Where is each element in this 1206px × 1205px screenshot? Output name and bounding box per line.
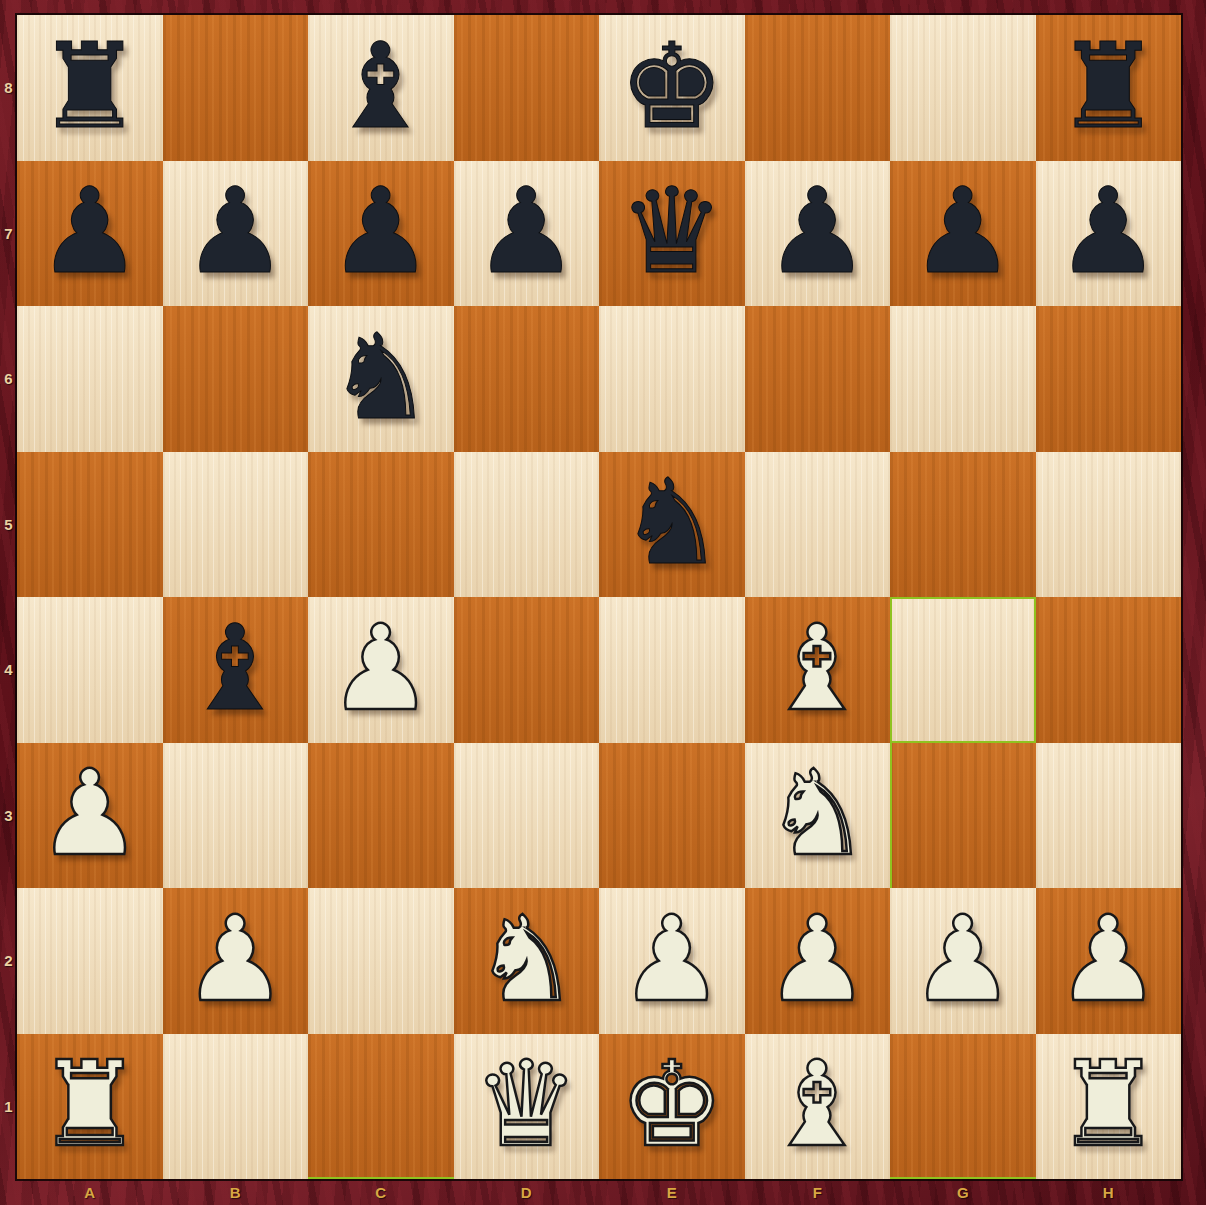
rank-label-8: 8: [0, 15, 17, 161]
piece-black-pawn-d7[interactable]: ♟: [473, 172, 579, 290]
piece-white-pawn-h2[interactable]: ♟: [1055, 900, 1161, 1018]
square-b5[interactable]: [163, 452, 309, 598]
square-g8[interactable]: [890, 15, 1036, 161]
piece-white-pawn-f2[interactable]: ♟: [764, 900, 870, 1018]
file-label-h: H: [1036, 1179, 1182, 1205]
square-a5[interactable]: [17, 452, 163, 598]
square-f8[interactable]: [745, 15, 891, 161]
square-f1[interactable]: ♝: [745, 1034, 891, 1180]
square-f5[interactable]: [745, 452, 891, 598]
square-g3[interactable]: [890, 743, 1036, 889]
file-label-a: A: [17, 1179, 163, 1205]
piece-white-rook-h1[interactable]: ♜: [1055, 1045, 1161, 1163]
file-label-f: F: [745, 1179, 891, 1205]
piece-black-rook-h8[interactable]: ♜: [1055, 27, 1161, 145]
square-b3[interactable]: [163, 743, 309, 889]
piece-white-king-e1[interactable]: ♚: [619, 1045, 725, 1163]
square-e1[interactable]: ♚: [599, 1034, 745, 1180]
rank-label-7: 7: [0, 161, 17, 307]
square-a4[interactable]: [17, 597, 163, 743]
square-h8[interactable]: ♜: [1036, 15, 1182, 161]
square-c2[interactable]: [308, 888, 454, 1034]
square-b7[interactable]: ♟: [163, 161, 309, 307]
piece-black-king-e8[interactable]: ♚: [619, 27, 725, 145]
square-h7[interactable]: ♟: [1036, 161, 1182, 307]
square-h5[interactable]: [1036, 452, 1182, 598]
square-d4[interactable]: [454, 597, 600, 743]
square-h3[interactable]: [1036, 743, 1182, 889]
piece-black-queen-e7[interactable]: ♛: [619, 172, 725, 290]
square-h4[interactable]: [1036, 597, 1182, 743]
piece-black-bishop-b4[interactable]: ♝: [182, 609, 288, 727]
square-b4[interactable]: ♝: [163, 597, 309, 743]
piece-black-pawn-h7[interactable]: ♟: [1055, 172, 1161, 290]
square-e3[interactable]: [599, 743, 745, 889]
square-f2[interactable]: ♟: [745, 888, 891, 1034]
piece-white-pawn-e2[interactable]: ♟: [619, 900, 725, 1018]
piece-white-pawn-g2[interactable]: ♟: [910, 900, 1016, 1018]
square-c7[interactable]: ♟: [308, 161, 454, 307]
piece-black-knight-e5[interactable]: ♞: [619, 463, 725, 581]
square-a3[interactable]: ♟: [17, 743, 163, 889]
square-c3[interactable]: [308, 743, 454, 889]
square-f4[interactable]: ♝: [745, 597, 891, 743]
square-e7[interactable]: ♛: [599, 161, 745, 307]
file-label-d: D: [454, 1179, 600, 1205]
piece-white-bishop-f4[interactable]: ♝: [764, 609, 870, 727]
square-d3[interactable]: [454, 743, 600, 889]
square-e8[interactable]: ♚: [599, 15, 745, 161]
square-b2[interactable]: ♟: [163, 888, 309, 1034]
square-g4[interactable]: [890, 597, 1036, 743]
square-e5[interactable]: ♞: [599, 452, 745, 598]
square-f6[interactable]: [745, 306, 891, 452]
piece-white-pawn-a3[interactable]: ♟: [37, 754, 143, 872]
square-a7[interactable]: ♟: [17, 161, 163, 307]
square-d2[interactable]: ♞: [454, 888, 600, 1034]
square-f7[interactable]: ♟: [745, 161, 891, 307]
square-c4[interactable]: ♟: [308, 597, 454, 743]
square-a8[interactable]: ♜: [17, 15, 163, 161]
square-g7[interactable]: ♟: [890, 161, 1036, 307]
piece-white-pawn-b2[interactable]: ♟: [182, 900, 288, 1018]
rank-labels: 87654321: [0, 15, 17, 1179]
piece-white-pawn-c4[interactable]: ♟: [328, 609, 434, 727]
square-c8[interactable]: ♝: [308, 15, 454, 161]
square-d8[interactable]: [454, 15, 600, 161]
square-a1[interactable]: ♜: [17, 1034, 163, 1180]
file-label-b: B: [163, 1179, 309, 1205]
square-h2[interactable]: ♟: [1036, 888, 1182, 1034]
file-label-e: E: [599, 1179, 745, 1205]
square-g6[interactable]: [890, 306, 1036, 452]
square-g1[interactable]: [890, 1034, 1036, 1180]
square-e4[interactable]: [599, 597, 745, 743]
file-label-c: C: [308, 1179, 454, 1205]
file-label-g: G: [890, 1179, 1036, 1205]
piece-white-queen-d1[interactable]: ♛: [473, 1045, 579, 1163]
piece-black-pawn-g7[interactable]: ♟: [910, 172, 1016, 290]
square-d7[interactable]: ♟: [454, 161, 600, 307]
piece-black-knight-c6[interactable]: ♞: [328, 318, 434, 436]
square-e2[interactable]: ♟: [599, 888, 745, 1034]
square-e6[interactable]: [599, 306, 745, 452]
square-f3[interactable]: ♞: [745, 743, 891, 889]
board-frame: 87654321 ♜♝♚♜♟♟♟♟♛♟♟♟♞♞♝♟♝♟♞♟♞♟♟♟♟♜♛♚♝♜ …: [0, 0, 1206, 1205]
square-d5[interactable]: [454, 452, 600, 598]
piece-white-rook-a1[interactable]: ♜: [37, 1045, 143, 1163]
square-b6[interactable]: [163, 306, 309, 452]
piece-black-pawn-b7[interactable]: ♟: [182, 172, 288, 290]
piece-black-pawn-a7[interactable]: ♟: [37, 172, 143, 290]
square-h1[interactable]: ♜: [1036, 1034, 1182, 1180]
file-labels: ABCDEFGH: [17, 1179, 1181, 1205]
square-c6[interactable]: ♞: [308, 306, 454, 452]
rank-label-6: 6: [0, 306, 17, 452]
piece-black-pawn-c7[interactable]: ♟: [328, 172, 434, 290]
square-a6[interactable]: [17, 306, 163, 452]
piece-black-pawn-f7[interactable]: ♟: [764, 172, 870, 290]
square-c1[interactable]: [308, 1034, 454, 1180]
rank-label-4: 4: [0, 597, 17, 743]
rank-label-2: 2: [0, 888, 17, 1034]
piece-white-knight-f3[interactable]: ♞: [764, 754, 870, 872]
chess-board[interactable]: ♜♝♚♜♟♟♟♟♛♟♟♟♞♞♝♟♝♟♞♟♞♟♟♟♟♜♛♚♝♜: [17, 15, 1181, 1179]
piece-black-rook-a8[interactable]: ♜: [37, 27, 143, 145]
piece-white-bishop-f1[interactable]: ♝: [764, 1045, 870, 1163]
rank-label-5: 5: [0, 452, 17, 598]
square-h6[interactable]: [1036, 306, 1182, 452]
piece-white-knight-d2[interactable]: ♞: [473, 900, 579, 1018]
rank-label-1: 1: [0, 1034, 17, 1180]
square-d1[interactable]: ♛: [454, 1034, 600, 1180]
rank-label-3: 3: [0, 743, 17, 889]
square-b1[interactable]: [163, 1034, 309, 1180]
square-c5[interactable]: [308, 452, 454, 598]
piece-black-bishop-c8[interactable]: ♝: [328, 27, 434, 145]
square-g5[interactable]: [890, 452, 1036, 598]
square-d6[interactable]: [454, 306, 600, 452]
square-b8[interactable]: [163, 15, 309, 161]
square-a2[interactable]: [17, 888, 163, 1034]
square-g2[interactable]: ♟: [890, 888, 1036, 1034]
